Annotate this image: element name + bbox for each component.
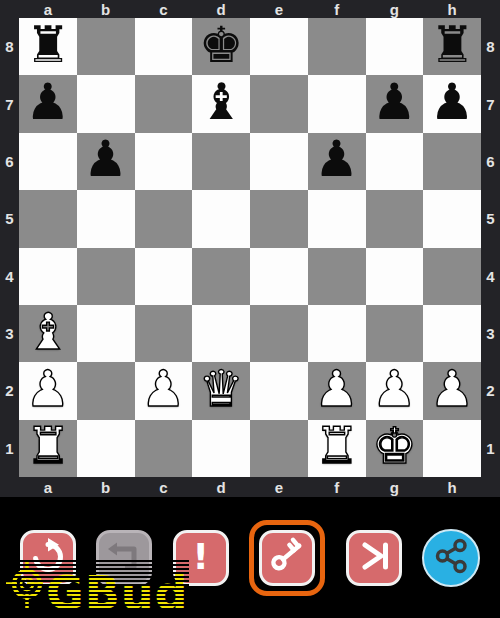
piece-black-pawn[interactable]: ♟	[372, 77, 417, 127]
rank-label-right-2: 2	[481, 362, 500, 419]
square-a2[interactable]: ♟	[19, 362, 77, 419]
square-e2[interactable]	[250, 362, 308, 419]
piece-white-queen[interactable]: ♛	[199, 364, 244, 414]
piece-white-pawn[interactable]: ♟	[25, 364, 70, 414]
square-f3[interactable]	[308, 305, 366, 362]
piece-white-rook[interactable]: ♜	[314, 421, 359, 471]
square-c6[interactable]	[135, 133, 193, 190]
square-f5[interactable]	[308, 190, 366, 247]
square-a5[interactable]	[19, 190, 77, 247]
square-e7[interactable]	[250, 75, 308, 132]
square-e6[interactable]	[250, 133, 308, 190]
square-e3[interactable]	[250, 305, 308, 362]
square-b1[interactable]	[77, 420, 135, 477]
piece-black-pawn[interactable]: ♟	[314, 134, 359, 184]
share-icon	[431, 536, 471, 579]
rank-label-right-3: 3	[481, 305, 500, 362]
rank-label-left-1: 1	[0, 420, 19, 477]
file-label-bottom-g: g	[366, 477, 424, 497]
rank-label-left-5: 5	[0, 190, 19, 247]
square-e5[interactable]	[250, 190, 308, 247]
piece-white-pawn[interactable]: ♟	[372, 364, 417, 414]
rank-label-left-7: 7	[0, 75, 19, 132]
square-c4[interactable]	[135, 248, 193, 305]
square-g2[interactable]: ♟	[366, 362, 424, 419]
file-label-bottom-h: h	[423, 477, 481, 497]
square-d2[interactable]: ♛	[192, 362, 250, 419]
file-label-top-c: c	[135, 0, 193, 18]
rank-label-left-4: 4	[0, 248, 19, 305]
square-h1[interactable]	[423, 420, 481, 477]
board-frame-corner	[0, 477, 19, 497]
show-solution-button[interactable]	[259, 530, 315, 586]
square-f2[interactable]: ♟	[308, 362, 366, 419]
piece-black-rook[interactable]: ♜	[430, 20, 475, 70]
skip-next-icon	[354, 536, 394, 579]
square-g1[interactable]: ♚	[366, 420, 424, 477]
square-a4[interactable]	[19, 248, 77, 305]
square-h6[interactable]	[423, 133, 481, 190]
piece-black-rook[interactable]: ♜	[25, 20, 70, 70]
square-b6[interactable]: ♟	[77, 133, 135, 190]
piece-black-pawn[interactable]: ♟	[430, 77, 475, 127]
square-b4[interactable]	[77, 248, 135, 305]
file-label-bottom-f: f	[308, 477, 366, 497]
key-icon	[267, 536, 307, 579]
square-c1[interactable]	[135, 420, 193, 477]
rank-label-right-6: 6	[481, 133, 500, 190]
piece-white-king[interactable]: ♚	[372, 421, 417, 471]
file-label-top-h: h	[423, 0, 481, 18]
restart-button[interactable]	[20, 530, 76, 586]
hint-button[interactable]: !	[173, 530, 229, 586]
piece-black-pawn[interactable]: ♟	[25, 77, 70, 127]
rank-label-right-8: 8	[481, 18, 500, 75]
square-g5[interactable]	[366, 190, 424, 247]
square-g8[interactable]	[366, 18, 424, 75]
undo-button[interactable]	[96, 530, 152, 586]
rank-label-right-7: 7	[481, 75, 500, 132]
board-frame-corner	[481, 477, 500, 497]
chess-board: abcdefgh8♜♚♜87♟♝♟♟76♟♟655443♝32♟♟♛♟♟♟21♜…	[0, 0, 500, 497]
square-d6[interactable]	[192, 133, 250, 190]
square-f4[interactable]	[308, 248, 366, 305]
board-frame-corner	[481, 0, 500, 18]
file-label-top-g: g	[366, 0, 424, 18]
square-e4[interactable]	[250, 248, 308, 305]
piece-white-pawn[interactable]: ♟	[314, 364, 359, 414]
file-label-top-a: a	[19, 0, 77, 18]
square-d4[interactable]	[192, 248, 250, 305]
file-label-bottom-b: b	[77, 477, 135, 497]
square-g3[interactable]	[366, 305, 424, 362]
square-h2[interactable]: ♟	[423, 362, 481, 419]
piece-white-bishop[interactable]: ♝	[25, 307, 70, 357]
square-c3[interactable]	[135, 305, 193, 362]
piece-white-pawn[interactable]: ♟	[141, 364, 186, 414]
square-d5[interactable]	[192, 190, 250, 247]
square-b8[interactable]	[77, 18, 135, 75]
square-a7[interactable]: ♟	[19, 75, 77, 132]
square-f6[interactable]: ♟	[308, 133, 366, 190]
piece-white-pawn[interactable]: ♟	[430, 364, 475, 414]
next-puzzle-button[interactable]	[346, 530, 402, 586]
square-e8[interactable]	[250, 18, 308, 75]
square-d3[interactable]	[192, 305, 250, 362]
file-label-top-f: f	[308, 0, 366, 18]
solution-highlight-frame	[249, 520, 325, 596]
square-d7[interactable]: ♝	[192, 75, 250, 132]
rank-label-right-5: 5	[481, 190, 500, 247]
file-label-bottom-e: e	[250, 477, 308, 497]
piece-black-pawn[interactable]: ♟	[83, 134, 128, 184]
file-label-top-d: d	[192, 0, 250, 18]
square-b3[interactable]	[77, 305, 135, 362]
square-h3[interactable]	[423, 305, 481, 362]
square-h7[interactable]: ♟	[423, 75, 481, 132]
piece-black-bishop[interactable]: ♝	[199, 77, 244, 127]
square-a8[interactable]: ♜	[19, 18, 77, 75]
rank-label-right-4: 4	[481, 248, 500, 305]
share-button[interactable]	[422, 529, 480, 587]
piece-black-king[interactable]: ♚	[199, 20, 244, 70]
toolbar: !	[0, 497, 500, 618]
rank-label-left-8: 8	[0, 18, 19, 75]
square-c7[interactable]	[135, 75, 193, 132]
square-a3[interactable]: ♝	[19, 305, 77, 362]
rank-label-left-3: 3	[0, 305, 19, 362]
square-c8[interactable]	[135, 18, 193, 75]
square-d8[interactable]: ♚	[192, 18, 250, 75]
square-c2[interactable]: ♟	[135, 362, 193, 419]
square-h5[interactable]	[423, 190, 481, 247]
square-e1[interactable]	[250, 420, 308, 477]
square-f7[interactable]	[308, 75, 366, 132]
board-frame-corner	[0, 0, 19, 18]
square-d1[interactable]	[192, 420, 250, 477]
file-label-bottom-a: a	[19, 477, 77, 497]
undo-icon	[104, 536, 144, 579]
exclamation-icon: !	[193, 539, 209, 575]
refresh-icon	[28, 536, 68, 579]
file-label-bottom-d: d	[192, 477, 250, 497]
file-label-top-b: b	[77, 0, 135, 18]
rank-label-left-2: 2	[0, 362, 19, 419]
square-h4[interactable]	[423, 248, 481, 305]
square-b5[interactable]	[77, 190, 135, 247]
rank-label-left-6: 6	[0, 133, 19, 190]
square-a6[interactable]	[19, 133, 77, 190]
square-c5[interactable]	[135, 190, 193, 247]
square-b2[interactable]	[77, 362, 135, 419]
square-b7[interactable]	[77, 75, 135, 132]
square-h8[interactable]: ♜	[423, 18, 481, 75]
square-f1[interactable]: ♜	[308, 420, 366, 477]
square-g4[interactable]	[366, 248, 424, 305]
square-g6[interactable]	[366, 133, 424, 190]
square-a1[interactable]: ♜	[19, 420, 77, 477]
file-label-top-e: e	[250, 0, 308, 18]
square-g7[interactable]: ♟	[366, 75, 424, 132]
file-label-bottom-c: c	[135, 477, 193, 497]
rank-label-right-1: 1	[481, 420, 500, 477]
piece-white-rook[interactable]: ♜	[25, 421, 70, 471]
square-f8[interactable]	[308, 18, 366, 75]
